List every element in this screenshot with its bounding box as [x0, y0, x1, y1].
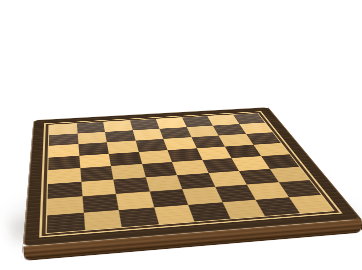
chessboard	[23, 107, 361, 246]
square-d1	[154, 205, 195, 225]
square-c1	[119, 207, 159, 227]
square-b3	[81, 179, 116, 196]
square-e4	[172, 160, 208, 175]
square-c4	[111, 164, 145, 179]
square-h4	[261, 154, 299, 168]
square-f1	[222, 200, 265, 219]
square-c5	[109, 152, 142, 166]
square-a2	[47, 196, 83, 215]
square-d3	[145, 175, 182, 192]
square-b2	[82, 194, 119, 213]
square-b1	[83, 210, 122, 230]
square-e3	[177, 173, 215, 189]
square-e1	[188, 202, 230, 221]
square-c2	[116, 192, 154, 210]
square-a3	[48, 182, 82, 199]
photo-background	[0, 0, 362, 270]
square-h2	[278, 180, 321, 197]
square-g2	[247, 182, 289, 199]
perspective-scene	[0, 0, 362, 270]
square-a5	[48, 156, 80, 171]
square-d2	[149, 189, 188, 207]
square-e2	[182, 187, 222, 205]
board-grid	[47, 113, 334, 233]
square-h3	[269, 167, 309, 183]
square-b5	[79, 154, 111, 168]
square-d4	[142, 162, 177, 177]
square-h1	[288, 195, 333, 214]
square-c3	[113, 177, 149, 194]
inlay-border-inner	[46, 113, 335, 234]
square-f2	[215, 185, 256, 203]
square-f3	[208, 171, 247, 187]
square-b4	[80, 166, 113, 182]
square-a4	[48, 168, 81, 184]
square-a1	[47, 212, 85, 233]
inlay-border-outer	[39, 111, 342, 237]
square-g3	[239, 169, 279, 185]
square-g1	[255, 197, 299, 216]
